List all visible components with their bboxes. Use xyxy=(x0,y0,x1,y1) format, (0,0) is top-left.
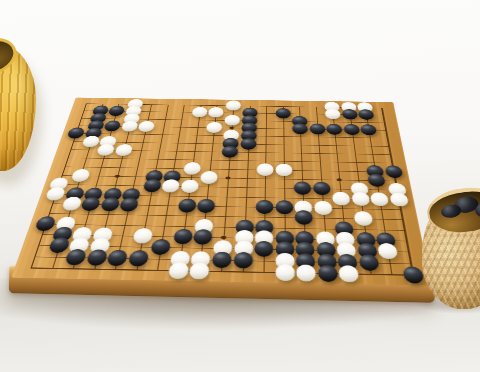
left-stone-bowl xyxy=(0,44,36,171)
basket-black-stone xyxy=(440,204,461,219)
black-stone[interactable] xyxy=(292,123,308,134)
go-board-surface[interactable] xyxy=(11,98,431,286)
white-stone[interactable] xyxy=(296,264,316,281)
black-stone[interactable] xyxy=(341,109,358,119)
white-stone[interactable] xyxy=(189,262,210,279)
black-stone[interactable] xyxy=(275,200,293,214)
black-stone[interactable] xyxy=(256,200,274,214)
white-stone[interactable] xyxy=(314,201,333,215)
white-stone[interactable] xyxy=(275,163,292,176)
black-stone[interactable] xyxy=(275,108,290,118)
black-stone[interactable] xyxy=(309,123,325,134)
black-stone[interactable] xyxy=(402,266,425,283)
star-point xyxy=(337,178,342,181)
black-stone[interactable] xyxy=(295,210,314,225)
white-stone[interactable] xyxy=(325,109,341,119)
photo xyxy=(0,0,480,372)
white-stone[interactable] xyxy=(257,163,274,176)
black-stone[interactable] xyxy=(326,124,343,135)
black-stone[interactable] xyxy=(313,182,331,195)
black-stone[interactable] xyxy=(254,241,273,257)
white-stone[interactable] xyxy=(168,262,190,279)
black-stone[interactable] xyxy=(294,182,312,195)
right-stone-basket xyxy=(422,197,480,309)
white-stone[interactable] xyxy=(275,264,295,281)
